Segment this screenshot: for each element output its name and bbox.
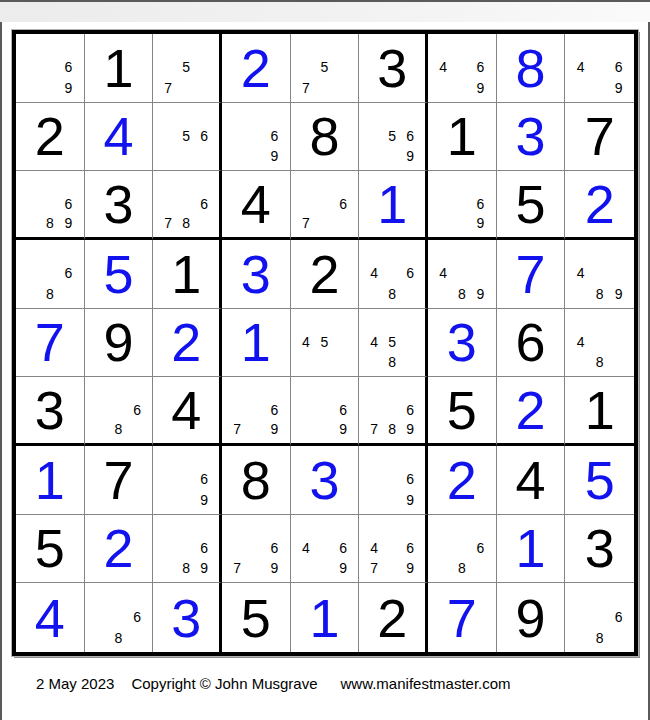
cell-r7c9[interactable]: 5 — [565, 446, 634, 515]
pencil-mark-4: 4 — [365, 332, 383, 352]
cell-r3c6[interactable]: 1 — [359, 171, 428, 240]
cell-r4c4[interactable]: 3 — [222, 240, 291, 309]
pencil-mark-5: 5 — [177, 57, 195, 77]
pencil-mark-9: 9 — [471, 213, 490, 233]
cell-r7c6[interactable]: 69 — [359, 446, 428, 515]
pencil-mark-4: 4 — [365, 263, 383, 283]
cell-r2c4[interactable]: 69 — [222, 103, 291, 172]
entered-digit: 5 — [585, 453, 615, 507]
given-digit: 4 — [515, 453, 545, 507]
cell-r3c9[interactable]: 2 — [565, 171, 634, 240]
pencil-mark-8: 8 — [590, 283, 609, 303]
entered-digit: 1 — [309, 591, 339, 645]
pencil-marks: 6789 — [359, 377, 425, 443]
given-digit: 6 — [515, 315, 545, 369]
cell-r6c7[interactable]: 5 — [428, 377, 497, 446]
pencil-mark-6: 6 — [401, 400, 419, 420]
pencil-mark-9: 9 — [609, 283, 628, 303]
cell-r4c7[interactable]: 489 — [428, 240, 497, 309]
cell-r7c7[interactable]: 2 — [428, 446, 497, 515]
given-digit: 7 — [103, 453, 133, 507]
cell-r6c6[interactable]: 6789 — [359, 377, 428, 446]
pencil-mark-4: 4 — [571, 332, 590, 352]
cell-r7c5[interactable]: 3 — [291, 446, 360, 515]
given-digit: 7 — [585, 109, 615, 163]
pencil-marks: 468 — [359, 240, 425, 308]
cell-r1c8[interactable]: 8 — [497, 34, 566, 103]
cell-r4c1[interactable]: 68 — [16, 240, 85, 309]
pencil-mark-4: 4 — [297, 332, 316, 352]
cell-r1c2[interactable]: 1 — [85, 34, 154, 103]
pencil-mark-6: 6 — [59, 194, 78, 214]
pencil-mark-8: 8 — [590, 352, 609, 372]
pencil-mark-5: 5 — [315, 57, 334, 77]
sudoku-board: 6915725734698469245669856913768936784671… — [12, 30, 638, 656]
cell-r8c4[interactable]: 679 — [222, 515, 291, 584]
cell-r4c2[interactable]: 5 — [85, 240, 154, 309]
pencil-mark-7: 7 — [365, 558, 383, 578]
cell-r9c2[interactable]: 68 — [85, 583, 154, 652]
pencil-mark-6: 6 — [609, 607, 628, 628]
cell-r5c1[interactable]: 7 — [16, 309, 85, 378]
pencil-marks: 678 — [153, 171, 219, 237]
pencil-mark-7: 7 — [228, 558, 247, 578]
pencil-mark-9: 9 — [265, 558, 284, 578]
given-digit: 5 — [447, 383, 477, 437]
cell-r9c8[interactable]: 9 — [497, 583, 566, 652]
given-digit: 9 — [103, 315, 133, 369]
pencil-marks: 69 — [359, 446, 425, 514]
pencil-mark-9: 9 — [401, 419, 419, 439]
cell-r2c5[interactable]: 8 — [291, 103, 360, 172]
given-digit: 8 — [309, 109, 339, 163]
entered-digit: 7 — [515, 247, 545, 301]
cell-r3c1[interactable]: 689 — [16, 171, 85, 240]
pencil-mark-7: 7 — [159, 213, 177, 233]
given-digit: 4 — [171, 383, 201, 437]
cell-r6c8[interactable]: 2 — [497, 377, 566, 446]
pencil-mark-5: 5 — [383, 332, 401, 352]
entered-digit: 1 — [515, 521, 545, 575]
given-digit: 4 — [241, 177, 271, 231]
entered-digit: 2 — [171, 315, 201, 369]
pencil-marks: 469 — [291, 515, 359, 583]
pencil-mark-9: 9 — [401, 558, 419, 578]
pencil-mark-6: 6 — [334, 400, 353, 420]
cell-r2c6[interactable]: 569 — [359, 103, 428, 172]
entered-digit: 4 — [103, 109, 133, 163]
pencil-marks: 68 — [16, 240, 84, 308]
given-digit: 1 — [171, 247, 201, 301]
given-digit: 5 — [35, 521, 65, 575]
given-digit: 1 — [103, 41, 133, 95]
entered-digit: 7 — [447, 591, 477, 645]
cell-r6c9[interactable]: 1 — [565, 377, 634, 446]
cell-r5c2[interactable]: 9 — [85, 309, 154, 378]
cell-r8c7[interactable]: 68 — [428, 515, 497, 584]
cell-r8c8[interactable]: 1 — [497, 515, 566, 584]
pencil-mark-6: 6 — [609, 57, 628, 77]
footer-caption: 2 May 2023Copyright © John Musgravewww.m… — [36, 675, 511, 692]
cell-r3c2[interactable]: 3 — [85, 171, 154, 240]
given-digit: 2 — [309, 247, 339, 301]
entered-digit: 2 — [241, 41, 271, 95]
cell-r8c1[interactable]: 5 — [16, 515, 85, 584]
cell-r7c3[interactable]: 69 — [153, 446, 222, 515]
cell-r6c2[interactable]: 68 — [85, 377, 154, 446]
cell-r6c5[interactable]: 69 — [291, 377, 360, 446]
cell-r2c3[interactable]: 56 — [153, 103, 222, 172]
cell-r1c9[interactable]: 469 — [565, 34, 634, 103]
pencil-marks: 689 — [16, 171, 84, 237]
cell-r8c3[interactable]: 689 — [153, 515, 222, 584]
pencil-mark-6: 6 — [401, 538, 419, 558]
entered-digit: 1 — [241, 315, 271, 369]
entered-digit: 3 — [309, 453, 339, 507]
cell-r9c6[interactable]: 2 — [359, 583, 428, 652]
cell-r7c8[interactable]: 4 — [497, 446, 566, 515]
pencil-marks: 469 — [565, 34, 634, 102]
entered-digit: 3 — [447, 315, 477, 369]
cell-r3c7[interactable]: 69 — [428, 171, 497, 240]
given-digit: 3 — [377, 41, 407, 95]
pencil-mark-8: 8 — [453, 283, 472, 303]
pencil-marks: 4679 — [359, 515, 425, 583]
pencil-marks: 679 — [222, 515, 290, 583]
pencil-marks: 69 — [428, 171, 496, 237]
pencil-mark-4: 4 — [297, 538, 316, 558]
cell-r4c5[interactable]: 2 — [291, 240, 360, 309]
cell-r4c3[interactable]: 1 — [153, 240, 222, 309]
pencil-mark-8: 8 — [590, 627, 609, 648]
pencil-marks: 489 — [565, 240, 634, 308]
cell-r9c4[interactable]: 5 — [222, 583, 291, 652]
pencil-mark-8: 8 — [177, 558, 195, 578]
pencil-mark-6: 6 — [195, 126, 213, 146]
pencil-marks: 68 — [85, 583, 153, 652]
entered-digit: 4 — [35, 591, 65, 645]
pencil-mark-6: 6 — [471, 57, 490, 77]
cell-r8c5[interactable]: 469 — [291, 515, 360, 584]
pencil-mark-8: 8 — [383, 419, 401, 439]
given-digit: 1 — [585, 383, 615, 437]
cell-r7c1[interactable]: 1 — [16, 446, 85, 515]
pencil-mark-8: 8 — [109, 627, 128, 648]
pencil-marks: 489 — [428, 240, 496, 308]
pencil-marks: 68 — [565, 583, 634, 652]
cell-r1c5[interactable]: 57 — [291, 34, 360, 103]
pencil-mark-9: 9 — [265, 146, 284, 166]
cell-r6c1[interactable]: 3 — [16, 377, 85, 446]
pencil-marks: 569 — [359, 103, 425, 171]
cell-r9c7[interactable]: 7 — [428, 583, 497, 652]
pencil-mark-7: 7 — [159, 77, 177, 97]
cell-r9c1[interactable]: 4 — [16, 583, 85, 652]
cell-r2c2[interactable]: 4 — [85, 103, 154, 172]
entered-digit: 1 — [377, 177, 407, 231]
window-top-bar — [0, 0, 650, 22]
footer-date: 2 May 2023 — [36, 675, 114, 692]
pencil-mark-9: 9 — [195, 489, 213, 509]
given-digit: 9 — [515, 591, 545, 645]
pencil-mark-9: 9 — [609, 77, 628, 97]
entered-digit: 3 — [171, 591, 201, 645]
cell-r3c3[interactable]: 678 — [153, 171, 222, 240]
pencil-mark-6: 6 — [401, 263, 419, 283]
pencil-mark-6: 6 — [401, 126, 419, 146]
cell-r1c6[interactable]: 3 — [359, 34, 428, 103]
pencil-mark-6: 6 — [128, 607, 147, 628]
pencil-mark-9: 9 — [195, 558, 213, 578]
pencil-marks: 458 — [359, 309, 425, 377]
pencil-marks: 469 — [428, 34, 496, 102]
entered-digit: 1 — [35, 453, 65, 507]
cell-r1c7[interactable]: 469 — [428, 34, 497, 103]
pencil-mark-9: 9 — [59, 77, 78, 97]
given-digit: 1 — [447, 109, 477, 163]
pencil-mark-6: 6 — [265, 538, 284, 558]
pencil-mark-8: 8 — [453, 558, 472, 578]
pencil-marks: 679 — [222, 377, 290, 443]
footer-copyright: Copyright © John Musgrave — [131, 675, 317, 692]
pencil-mark-6: 6 — [195, 538, 213, 558]
pencil-mark-7: 7 — [297, 213, 316, 233]
given-digit: 5 — [241, 591, 271, 645]
pencil-mark-8: 8 — [383, 283, 401, 303]
pencil-marks: 57 — [153, 34, 219, 102]
pencil-marks: 69 — [153, 446, 219, 514]
cell-r5c9[interactable]: 48 — [565, 309, 634, 378]
given-digit: 2 — [377, 591, 407, 645]
given-digit: 3 — [585, 521, 615, 575]
pencil-mark-6: 6 — [471, 194, 490, 214]
pencil-mark-8: 8 — [41, 283, 60, 303]
pencil-marks: 45 — [291, 309, 359, 377]
cell-r1c3[interactable]: 57 — [153, 34, 222, 103]
entered-digit: 3 — [241, 247, 271, 301]
cell-r9c9[interactable]: 68 — [565, 583, 634, 652]
entered-digit: 2 — [515, 383, 545, 437]
pencil-mark-4: 4 — [434, 57, 453, 77]
pencil-mark-8: 8 — [109, 419, 128, 439]
pencil-mark-9: 9 — [59, 213, 78, 233]
pencil-mark-8: 8 — [41, 213, 60, 233]
pencil-marks: 48 — [565, 309, 634, 377]
entered-digit: 2 — [103, 521, 133, 575]
pencil-mark-6: 6 — [265, 126, 284, 146]
pencil-mark-6: 6 — [265, 400, 284, 420]
cell-r8c2[interactable]: 2 — [85, 515, 154, 584]
pencil-marks: 57 — [291, 34, 359, 102]
pencil-mark-9: 9 — [471, 283, 490, 303]
pencil-mark-7: 7 — [228, 419, 247, 439]
cell-r1c4[interactable]: 2 — [222, 34, 291, 103]
cell-r5c8[interactable]: 6 — [497, 309, 566, 378]
pencil-mark-4: 4 — [434, 263, 453, 283]
pencil-mark-7: 7 — [365, 419, 383, 439]
entered-digit: 8 — [515, 41, 545, 95]
entered-digit: 2 — [447, 453, 477, 507]
cell-r7c2[interactable]: 7 — [85, 446, 154, 515]
pencil-mark-6: 6 — [128, 400, 147, 420]
cell-r2c1[interactable]: 2 — [16, 103, 85, 172]
pencil-mark-7: 7 — [297, 77, 316, 97]
cell-r1c1[interactable]: 69 — [16, 34, 85, 103]
pencil-mark-8: 8 — [383, 352, 401, 372]
pencil-marks: 67 — [291, 171, 359, 237]
cell-r5c3[interactable]: 2 — [153, 309, 222, 378]
cell-r5c7[interactable]: 3 — [428, 309, 497, 378]
cell-r2c9[interactable]: 7 — [565, 103, 634, 172]
cell-r8c9[interactable]: 3 — [565, 515, 634, 584]
cell-r4c6[interactable]: 468 — [359, 240, 428, 309]
pencil-mark-9: 9 — [401, 146, 419, 166]
given-digit: 3 — [103, 177, 133, 231]
given-digit: 2 — [35, 109, 65, 163]
cell-r6c3[interactable]: 4 — [153, 377, 222, 446]
pencil-mark-6: 6 — [59, 263, 78, 283]
pencil-mark-9: 9 — [334, 419, 353, 439]
pencil-mark-6: 6 — [471, 538, 490, 558]
cell-r3c8[interactable]: 5 — [497, 171, 566, 240]
footer-website: www.manifestmaster.com — [341, 675, 511, 692]
cell-r8c6[interactable]: 4679 — [359, 515, 428, 584]
entered-digit: 5 — [103, 247, 133, 301]
entered-digit: 3 — [515, 109, 545, 163]
given-digit: 5 — [515, 177, 545, 231]
cell-r9c5[interactable]: 1 — [291, 583, 360, 652]
cell-r4c9[interactable]: 489 — [565, 240, 634, 309]
entered-digit: 7 — [35, 315, 65, 369]
pencil-mark-9: 9 — [401, 489, 419, 509]
cell-r2c7[interactable]: 1 — [428, 103, 497, 172]
pencil-mark-6: 6 — [401, 469, 419, 489]
pencil-marks: 69 — [16, 34, 84, 102]
pencil-marks: 689 — [153, 515, 219, 583]
cell-r6c4[interactable]: 679 — [222, 377, 291, 446]
pencil-mark-4: 4 — [571, 57, 590, 77]
pencil-marks: 56 — [153, 103, 219, 171]
entered-digit: 2 — [585, 177, 615, 231]
pencil-mark-6: 6 — [334, 538, 353, 558]
pencil-marks: 69 — [222, 103, 290, 171]
cell-r5c4[interactable]: 1 — [222, 309, 291, 378]
cell-r7c4[interactable]: 8 — [222, 446, 291, 515]
pencil-mark-6: 6 — [59, 57, 78, 77]
pencil-marks: 69 — [291, 377, 359, 443]
cell-r4c8[interactable]: 7 — [497, 240, 566, 309]
cell-r5c5[interactable]: 45 — [291, 309, 360, 378]
cell-r2c8[interactable]: 3 — [497, 103, 566, 172]
given-digit: 8 — [241, 453, 271, 507]
pencil-mark-9: 9 — [265, 419, 284, 439]
cell-r3c4[interactable]: 4 — [222, 171, 291, 240]
pencil-mark-9: 9 — [471, 77, 490, 97]
pencil-mark-5: 5 — [177, 126, 195, 146]
pencil-mark-5: 5 — [315, 332, 334, 352]
pencil-mark-5: 5 — [383, 126, 401, 146]
pencil-marks: 68 — [85, 377, 153, 443]
pencil-mark-9: 9 — [334, 558, 353, 578]
cell-r9c3[interactable]: 3 — [153, 583, 222, 652]
pencil-marks: 68 — [428, 515, 496, 583]
pencil-mark-6: 6 — [195, 194, 213, 214]
pencil-mark-6: 6 — [334, 194, 353, 214]
given-digit: 3 — [35, 383, 65, 437]
pencil-mark-8: 8 — [177, 213, 195, 233]
cell-r5c6[interactable]: 458 — [359, 309, 428, 378]
pencil-mark-4: 4 — [365, 538, 383, 558]
cell-r3c5[interactable]: 67 — [291, 171, 360, 240]
pencil-mark-6: 6 — [195, 469, 213, 489]
pencil-mark-4: 4 — [571, 263, 590, 283]
